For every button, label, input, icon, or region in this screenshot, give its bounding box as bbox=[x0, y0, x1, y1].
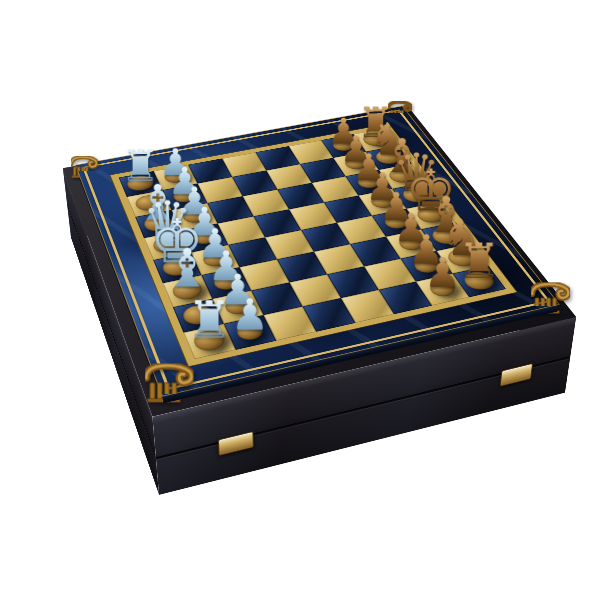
white-rook-glyph: ♜ bbox=[164, 294, 255, 345]
photo-stage: ♜♞♝♛♚♝♞♜♟♟♟♟♟♟♟♟♟♟♟♟♟♟♟♟♜♞♝♛♚♝♞♜ bbox=[0, 0, 600, 600]
chess-set: ♜♞♝♛♚♝♞♜♟♟♟♟♟♟♟♟♟♟♟♟♟♟♟♟♜♞♝♛♚♝♞♜ bbox=[63, 106, 576, 417]
black-pawn-glyph: ♟ bbox=[399, 252, 485, 293]
product-photo: ♜♞♝♛♚♝♞♜♟♟♟♟♟♟♟♟♟♟♟♟♟♟♟♟♜♞♝♛♚♝♞♜ bbox=[0, 0, 600, 600]
